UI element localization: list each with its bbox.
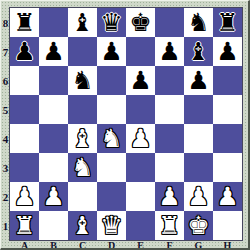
square-e7[interactable] [126,37,155,66]
black-rook[interactable]: ♜ [216,8,238,37]
file-label-c: C [68,241,97,250]
white-pawn[interactable]: ♟ [187,182,209,211]
square-d3[interactable] [97,153,126,182]
file-label-a: A [10,241,39,250]
square-g7[interactable]: ♝ [184,37,213,66]
square-c1[interactable]: ♝ [68,211,97,240]
square-g8[interactable]: ♞ [184,8,213,37]
square-d7[interactable]: ♟ [97,37,126,66]
white-rook[interactable]: ♜ [13,211,35,240]
square-c3[interactable]: ♞ [68,153,97,182]
black-king[interactable]: ♚ [129,8,151,37]
square-b4[interactable] [39,124,68,153]
square-h5[interactable] [213,95,242,124]
square-e6[interactable]: ♟ [126,66,155,95]
square-b7[interactable]: ♟ [39,37,68,66]
square-c8[interactable]: ♝ [68,8,97,37]
square-d8[interactable]: ♛ [97,8,126,37]
file-label-e: E [126,241,155,250]
square-h1[interactable] [213,211,242,240]
white-pawn[interactable]: ♟ [13,182,35,211]
rank-label-3: 3 [1,153,10,182]
white-rook[interactable]: ♜ [158,211,180,240]
square-e5[interactable] [126,95,155,124]
square-b1[interactable] [39,211,68,240]
square-d1[interactable]: ♛ [97,211,126,240]
white-pawn[interactable]: ♟ [42,182,64,211]
square-h3[interactable] [213,153,242,182]
square-a6[interactable] [10,66,39,95]
square-h7[interactable]: ♟ [213,37,242,66]
rank-labels: 87654321 [1,8,10,240]
white-bishop[interactable]: ♝ [71,124,93,153]
square-c4[interactable]: ♝ [68,124,97,153]
board-frame: 87654321 ♜♝♛♚♞♜♟♟♟♟♝♟♞♟♟♝♞♟♞♟♟♟♟♟♜♝♛♜♚ A… [0,0,250,250]
square-a5[interactable] [10,95,39,124]
square-h6[interactable] [213,66,242,95]
chess-board: ♜♝♛♚♞♜♟♟♟♟♝♟♞♟♟♝♞♟♞♟♟♟♟♟♜♝♛♜♚ [10,8,242,240]
square-a8[interactable]: ♜ [10,8,39,37]
rank-label-8: 8 [1,8,10,37]
white-bishop[interactable]: ♝ [71,211,93,240]
file-label-d: D [97,241,126,250]
file-labels: ABCDEFGH [10,241,242,250]
square-f7[interactable]: ♟ [155,37,184,66]
file-label-b: B [39,241,68,250]
square-d4[interactable]: ♞ [97,124,126,153]
square-g5[interactable] [184,95,213,124]
rank-label-2: 2 [1,182,10,211]
square-a3[interactable] [10,153,39,182]
rank-label-1: 1 [1,211,10,240]
black-bishop[interactable]: ♝ [187,37,209,66]
black-pawn[interactable]: ♟ [158,37,180,66]
square-g1[interactable]: ♚ [184,211,213,240]
square-h4[interactable] [213,124,242,153]
square-e2[interactable] [126,182,155,211]
square-b8[interactable] [39,8,68,37]
black-pawn[interactable]: ♟ [216,37,238,66]
square-f6[interactable] [155,66,184,95]
square-d5[interactable] [97,95,126,124]
square-b5[interactable] [39,95,68,124]
square-b6[interactable] [39,66,68,95]
white-king[interactable]: ♚ [187,211,209,240]
rank-label-7: 7 [1,37,10,66]
rank-label-5: 5 [1,95,10,124]
square-h2[interactable]: ♟ [213,182,242,211]
black-pawn[interactable]: ♟ [129,66,151,95]
white-queen[interactable]: ♛ [100,211,122,240]
square-f3[interactable] [155,153,184,182]
square-b2[interactable]: ♟ [39,182,68,211]
black-queen[interactable]: ♛ [100,8,122,37]
square-c7[interactable] [68,37,97,66]
square-e4[interactable]: ♟ [126,124,155,153]
square-a7[interactable]: ♟ [10,37,39,66]
black-pawn[interactable]: ♟ [13,37,35,66]
square-a4[interactable] [10,124,39,153]
square-a2[interactable]: ♟ [10,182,39,211]
rank-label-6: 6 [1,66,10,95]
black-knight[interactable]: ♞ [71,66,93,95]
black-rook[interactable]: ♜ [13,8,35,37]
white-pawn[interactable]: ♟ [158,182,180,211]
black-bishop[interactable]: ♝ [71,8,93,37]
square-f8[interactable] [155,8,184,37]
black-knight[interactable]: ♞ [187,8,209,37]
square-e8[interactable]: ♚ [126,8,155,37]
square-f1[interactable]: ♜ [155,211,184,240]
square-h8[interactable]: ♜ [213,8,242,37]
black-pawn[interactable]: ♟ [42,37,64,66]
white-pawn[interactable]: ♟ [216,182,238,211]
file-label-g: G [184,241,213,250]
square-g4[interactable] [184,124,213,153]
square-f5[interactable] [155,95,184,124]
square-g6[interactable]: ♟ [184,66,213,95]
square-f2[interactable]: ♟ [155,182,184,211]
square-e1[interactable] [126,211,155,240]
square-d2[interactable] [97,182,126,211]
square-c5[interactable] [68,95,97,124]
square-c2[interactable] [68,182,97,211]
black-pawn[interactable]: ♟ [187,66,209,95]
square-e3[interactable] [126,153,155,182]
square-g3[interactable] [184,153,213,182]
square-c6[interactable]: ♞ [68,66,97,95]
file-label-h: H [213,241,242,250]
file-label-f: F [155,241,184,250]
black-pawn[interactable]: ♟ [100,37,122,66]
white-knight[interactable]: ♞ [100,124,122,153]
rank-label-4: 4 [1,124,10,153]
square-f4[interactable] [155,124,184,153]
square-d6[interactable] [97,66,126,95]
white-knight[interactable]: ♞ [71,153,93,182]
square-g2[interactable]: ♟ [184,182,213,211]
white-pawn[interactable]: ♟ [129,124,151,153]
square-b3[interactable] [39,153,68,182]
square-a1[interactable]: ♜ [10,211,39,240]
